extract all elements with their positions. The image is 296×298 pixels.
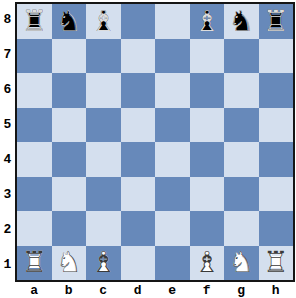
- file-label-g: g: [224, 282, 259, 298]
- white-bishop-outline: ♗: [86, 246, 121, 281]
- square-a8[interactable]: ♜♖: [17, 4, 52, 39]
- black-bishop-outline: ♗: [190, 4, 225, 39]
- square-h8[interactable]: ♜♖: [259, 4, 294, 39]
- chess-diagram: 87654321 ♜♖♞♘♝♗♝♗♞♘♜♖♜♖♞♘♝♗♝♗♞♘♜♖ abcdef…: [0, 0, 296, 298]
- square-b5[interactable]: [52, 108, 87, 143]
- rank-labels: 87654321: [0, 2, 15, 282]
- square-b4[interactable]: [52, 142, 87, 177]
- square-c1[interactable]: ♝♗: [86, 246, 121, 281]
- square-d1[interactable]: [121, 246, 156, 281]
- black-bishop-piece[interactable]: ♝♗: [86, 4, 121, 39]
- black-rook-glyph: ♜: [259, 4, 294, 39]
- white-rook-piece[interactable]: ♜♖: [17, 246, 52, 281]
- white-rook-outline: ♖: [17, 246, 52, 281]
- square-g6[interactable]: [224, 73, 259, 108]
- white-knight-outline: ♘: [52, 246, 87, 281]
- file-labels: abcdefgh: [17, 282, 293, 298]
- square-b3[interactable]: [52, 177, 87, 212]
- square-a2[interactable]: [17, 211, 52, 246]
- square-a5[interactable]: [17, 108, 52, 143]
- square-g7[interactable]: [224, 39, 259, 74]
- square-e7[interactable]: [155, 39, 190, 74]
- rank-label-5: 5: [0, 107, 15, 142]
- rank-label-4: 4: [0, 142, 15, 177]
- square-f6[interactable]: [190, 73, 225, 108]
- square-e1[interactable]: [155, 246, 190, 281]
- square-d2[interactable]: [121, 211, 156, 246]
- square-h2[interactable]: [259, 211, 294, 246]
- square-h7[interactable]: [259, 39, 294, 74]
- square-g8[interactable]: ♞♘: [224, 4, 259, 39]
- white-rook-glyph: ♜: [17, 246, 52, 281]
- black-rook-glyph: ♜: [17, 4, 52, 39]
- square-d8[interactable]: [121, 4, 156, 39]
- black-knight-piece[interactable]: ♞♘: [52, 4, 87, 39]
- rank-label-8: 8: [0, 2, 15, 37]
- square-g2[interactable]: [224, 211, 259, 246]
- square-g4[interactable]: [224, 142, 259, 177]
- white-rook-glyph: ♜: [259, 246, 294, 281]
- black-knight-glyph: ♞: [52, 4, 87, 39]
- square-e3[interactable]: [155, 177, 190, 212]
- square-d6[interactable]: [121, 73, 156, 108]
- rank-label-7: 7: [0, 37, 15, 72]
- square-f1[interactable]: ♝♗: [190, 246, 225, 281]
- black-rook-outline: ♖: [17, 4, 52, 39]
- square-g5[interactable]: [224, 108, 259, 143]
- white-knight-piece[interactable]: ♞♘: [52, 246, 87, 281]
- square-c3[interactable]: [86, 177, 121, 212]
- file-label-e: e: [155, 282, 190, 298]
- rank-label-6: 6: [0, 72, 15, 107]
- square-d5[interactable]: [121, 108, 156, 143]
- black-rook-piece[interactable]: ♜♖: [259, 4, 294, 39]
- black-rook-piece[interactable]: ♜♖: [17, 4, 52, 39]
- square-c7[interactable]: [86, 39, 121, 74]
- rank-label-2: 2: [0, 212, 15, 247]
- square-a7[interactable]: [17, 39, 52, 74]
- white-bishop-outline: ♗: [190, 246, 225, 281]
- square-e6[interactable]: [155, 73, 190, 108]
- square-d3[interactable]: [121, 177, 156, 212]
- file-label-c: c: [86, 282, 121, 298]
- square-b8[interactable]: ♞♘: [52, 4, 87, 39]
- black-bishop-piece[interactable]: ♝♗: [190, 4, 225, 39]
- file-label-b: b: [52, 282, 87, 298]
- square-h6[interactable]: [259, 73, 294, 108]
- file-label-d: d: [121, 282, 156, 298]
- square-c2[interactable]: [86, 211, 121, 246]
- square-a1[interactable]: ♜♖: [17, 246, 52, 281]
- black-bishop-glyph: ♝: [86, 4, 121, 39]
- square-a4[interactable]: [17, 142, 52, 177]
- black-knight-outline: ♘: [224, 4, 259, 39]
- square-b1[interactable]: ♞♘: [52, 246, 87, 281]
- white-bishop-glyph: ♝: [190, 246, 225, 281]
- square-e2[interactable]: [155, 211, 190, 246]
- square-h4[interactable]: [259, 142, 294, 177]
- square-e4[interactable]: [155, 142, 190, 177]
- file-label-h: h: [259, 282, 294, 298]
- square-f3[interactable]: [190, 177, 225, 212]
- square-h5[interactable]: [259, 108, 294, 143]
- black-rook-outline: ♖: [259, 4, 294, 39]
- square-f4[interactable]: [190, 142, 225, 177]
- square-a6[interactable]: [17, 73, 52, 108]
- square-c5[interactable]: [86, 108, 121, 143]
- white-knight-piece[interactable]: ♞♘: [224, 246, 259, 281]
- square-f8[interactable]: ♝♗: [190, 4, 225, 39]
- square-g1[interactable]: ♞♘: [224, 246, 259, 281]
- white-bishop-piece[interactable]: ♝♗: [86, 246, 121, 281]
- square-h1[interactable]: ♜♖: [259, 246, 294, 281]
- square-f2[interactable]: [190, 211, 225, 246]
- square-h3[interactable]: [259, 177, 294, 212]
- black-knight-glyph: ♞: [224, 4, 259, 39]
- square-f7[interactable]: [190, 39, 225, 74]
- square-c4[interactable]: [86, 142, 121, 177]
- square-d4[interactable]: [121, 142, 156, 177]
- square-e8[interactable]: [155, 4, 190, 39]
- square-d7[interactable]: [121, 39, 156, 74]
- square-f5[interactable]: [190, 108, 225, 143]
- chess-board[interactable]: ♜♖♞♘♝♗♝♗♞♘♜♖♜♖♞♘♝♗♝♗♞♘♜♖: [15, 2, 295, 282]
- square-e5[interactable]: [155, 108, 190, 143]
- black-knight-piece[interactable]: ♞♘: [224, 4, 259, 39]
- black-bishop-outline: ♗: [86, 4, 121, 39]
- square-b6[interactable]: [52, 73, 87, 108]
- square-c8[interactable]: ♝♗: [86, 4, 121, 39]
- square-g3[interactable]: [224, 177, 259, 212]
- file-label-f: f: [190, 282, 225, 298]
- black-bishop-glyph: ♝: [190, 4, 225, 39]
- white-bishop-glyph: ♝: [86, 246, 121, 281]
- white-bishop-piece[interactable]: ♝♗: [190, 246, 225, 281]
- black-knight-outline: ♘: [52, 4, 87, 39]
- square-c6[interactable]: [86, 73, 121, 108]
- rank-label-3: 3: [0, 177, 15, 212]
- white-knight-outline: ♘: [224, 246, 259, 281]
- square-b2[interactable]: [52, 211, 87, 246]
- white-knight-glyph: ♞: [224, 246, 259, 281]
- square-b7[interactable]: [52, 39, 87, 74]
- white-rook-outline: ♖: [259, 246, 294, 281]
- white-knight-glyph: ♞: [52, 246, 87, 281]
- rank-label-1: 1: [0, 247, 15, 282]
- square-a3[interactable]: [17, 177, 52, 212]
- white-rook-piece[interactable]: ♜♖: [259, 246, 294, 281]
- file-label-a: a: [17, 282, 52, 298]
